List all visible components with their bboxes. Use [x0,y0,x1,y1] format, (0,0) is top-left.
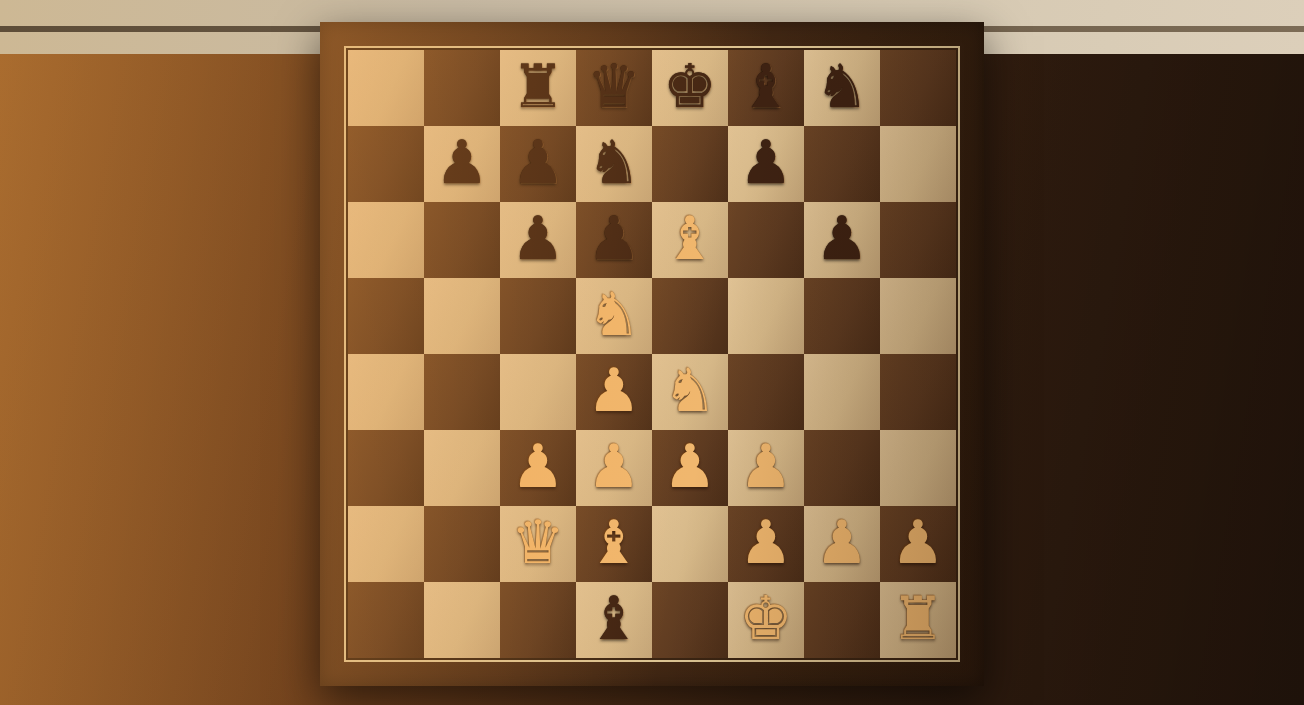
piece-black-pawn[interactable]: ♟ [435,124,489,200]
square-b3[interactable] [424,430,500,506]
piece-black-bishop[interactable]: ♝ [587,580,641,656]
board-frame: ♜♛♚♝♞♟♟♞♟♟♟♝♟♞♟♞♟♟♟♟♛♝♟♟♟♝♚♜ [320,22,984,686]
square-d8[interactable]: ♛ [576,50,652,126]
piece-black-pawn[interactable]: ♟ [587,200,641,276]
square-f6[interactable] [728,202,804,278]
square-a3[interactable] [348,430,424,506]
piece-black-knight[interactable]: ♞ [587,124,641,200]
square-f4[interactable] [728,354,804,430]
square-c2[interactable]: ♛ [500,506,576,582]
square-d4[interactable]: ♟ [576,354,652,430]
piece-white-king[interactable]: ♚ [739,580,793,656]
piece-white-pawn[interactable]: ♟ [587,428,641,504]
square-f5[interactable] [728,278,804,354]
square-a4[interactable] [348,354,424,430]
square-b5[interactable] [424,278,500,354]
square-b4[interactable] [424,354,500,430]
piece-white-pawn[interactable]: ♟ [739,428,793,504]
square-d7[interactable]: ♞ [576,126,652,202]
square-h7[interactable] [880,126,956,202]
square-h2[interactable]: ♟ [880,506,956,582]
square-f3[interactable]: ♟ [728,430,804,506]
square-e1[interactable] [652,582,728,658]
piece-white-pawn[interactable]: ♟ [663,428,717,504]
square-c8[interactable]: ♜ [500,50,576,126]
square-c3[interactable]: ♟ [500,430,576,506]
piece-white-pawn[interactable]: ♟ [587,352,641,428]
square-c6[interactable]: ♟ [500,202,576,278]
square-c1[interactable] [500,582,576,658]
square-g8[interactable]: ♞ [804,50,880,126]
piece-white-pawn[interactable]: ♟ [739,504,793,580]
square-b1[interactable] [424,582,500,658]
piece-black-rook[interactable]: ♜ [511,48,565,124]
square-e4[interactable]: ♞ [652,354,728,430]
piece-black-bishop[interactable]: ♝ [739,48,793,124]
piece-black-pawn[interactable]: ♟ [511,124,565,200]
square-b6[interactable] [424,202,500,278]
square-a2[interactable] [348,506,424,582]
square-g1[interactable] [804,582,880,658]
square-b7[interactable]: ♟ [424,126,500,202]
square-a7[interactable] [348,126,424,202]
square-g3[interactable] [804,430,880,506]
square-h5[interactable] [880,278,956,354]
square-c5[interactable] [500,278,576,354]
square-g6[interactable]: ♟ [804,202,880,278]
square-f1[interactable]: ♚ [728,582,804,658]
piece-black-pawn[interactable]: ♟ [511,200,565,276]
square-a5[interactable] [348,278,424,354]
square-b8[interactable] [424,50,500,126]
square-f8[interactable]: ♝ [728,50,804,126]
piece-white-pawn[interactable]: ♟ [511,428,565,504]
square-c7[interactable]: ♟ [500,126,576,202]
square-g2[interactable]: ♟ [804,506,880,582]
piece-white-knight[interactable]: ♞ [587,276,641,352]
square-e7[interactable] [652,126,728,202]
piece-white-pawn[interactable]: ♟ [891,504,945,580]
square-h4[interactable] [880,354,956,430]
piece-white-knight[interactable]: ♞ [663,352,717,428]
piece-black-pawn[interactable]: ♟ [815,200,869,276]
piece-black-knight[interactable]: ♞ [815,48,869,124]
square-a8[interactable] [348,50,424,126]
square-h6[interactable] [880,202,956,278]
piece-white-bishop[interactable]: ♝ [663,200,717,276]
chess-board: ♜♛♚♝♞♟♟♞♟♟♟♝♟♞♟♞♟♟♟♟♛♝♟♟♟♝♚♜ [348,50,956,658]
square-g7[interactable] [804,126,880,202]
piece-black-king[interactable]: ♚ [663,48,717,124]
piece-white-queen[interactable]: ♛ [511,504,565,580]
square-h3[interactable] [880,430,956,506]
piece-white-rook[interactable]: ♜ [891,580,945,656]
square-h8[interactable] [880,50,956,126]
square-f7[interactable]: ♟ [728,126,804,202]
board-boundary-line: ♜♛♚♝♞♟♟♞♟♟♟♝♟♞♟♞♟♟♟♟♛♝♟♟♟♝♚♜ [344,46,960,662]
square-b2[interactable] [424,506,500,582]
square-c4[interactable] [500,354,576,430]
square-h1[interactable]: ♜ [880,582,956,658]
piece-white-bishop[interactable]: ♝ [587,504,641,580]
square-e3[interactable]: ♟ [652,430,728,506]
piece-black-queen[interactable]: ♛ [587,48,641,124]
piece-white-pawn[interactable]: ♟ [815,504,869,580]
square-d2[interactable]: ♝ [576,506,652,582]
square-g5[interactable] [804,278,880,354]
square-d6[interactable]: ♟ [576,202,652,278]
square-d5[interactable]: ♞ [576,278,652,354]
square-d1[interactable]: ♝ [576,582,652,658]
piece-black-pawn[interactable]: ♟ [739,124,793,200]
square-e8[interactable]: ♚ [652,50,728,126]
square-d3[interactable]: ♟ [576,430,652,506]
square-f2[interactable]: ♟ [728,506,804,582]
square-a6[interactable] [348,202,424,278]
square-a1[interactable] [348,582,424,658]
square-g4[interactable] [804,354,880,430]
square-e2[interactable] [652,506,728,582]
square-e5[interactable] [652,278,728,354]
square-e6[interactable]: ♝ [652,202,728,278]
